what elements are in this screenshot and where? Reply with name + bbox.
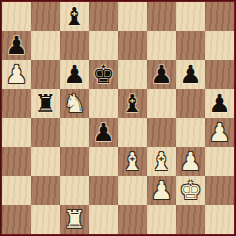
chess-board: ♝♟♟♟♚♟♟♜♞♝♟♟♟♝♝♟♟♚♜: [2, 2, 234, 234]
square-c8[interactable]: ♝: [60, 2, 89, 31]
square-e1[interactable]: [118, 205, 147, 234]
square-f7[interactable]: [147, 31, 176, 60]
black-pawn-icon: ♟: [92, 118, 114, 147]
black-pawn-icon: ♟: [5, 31, 27, 60]
black-pawn-icon: ♟: [150, 60, 172, 89]
white-king-icon: ♚: [179, 176, 201, 205]
square-a6[interactable]: ♟: [2, 60, 31, 89]
white-pawn-icon: ♟: [208, 118, 230, 147]
square-c6[interactable]: ♟: [60, 60, 89, 89]
square-a2[interactable]: [2, 176, 31, 205]
square-d7[interactable]: [89, 31, 118, 60]
square-h3[interactable]: [205, 147, 234, 176]
square-g2[interactable]: ♚: [176, 176, 205, 205]
square-h7[interactable]: [205, 31, 234, 60]
white-pawn-icon: ♟: [150, 176, 172, 205]
square-b8[interactable]: [31, 2, 60, 31]
square-h1[interactable]: [205, 205, 234, 234]
square-g4[interactable]: [176, 118, 205, 147]
black-rook-icon: ♜: [34, 89, 56, 118]
square-d2[interactable]: [89, 176, 118, 205]
square-d1[interactable]: [89, 205, 118, 234]
black-pawn-icon: ♟: [63, 60, 85, 89]
square-g5[interactable]: [176, 89, 205, 118]
black-bishop-icon: ♝: [121, 89, 143, 118]
black-pawn-icon: ♟: [179, 60, 201, 89]
square-h2[interactable]: [205, 176, 234, 205]
square-c5[interactable]: ♞: [60, 89, 89, 118]
square-b1[interactable]: [31, 205, 60, 234]
square-g7[interactable]: [176, 31, 205, 60]
white-bishop-icon: ♝: [150, 147, 172, 176]
square-f3[interactable]: ♝: [147, 147, 176, 176]
square-b3[interactable]: [31, 147, 60, 176]
square-c4[interactable]: [60, 118, 89, 147]
square-d5[interactable]: [89, 89, 118, 118]
square-e8[interactable]: [118, 2, 147, 31]
square-d6[interactable]: ♚: [89, 60, 118, 89]
square-g8[interactable]: [176, 2, 205, 31]
white-knight-icon: ♞: [63, 89, 85, 118]
board-frame: ♝♟♟♟♚♟♟♜♞♝♟♟♟♝♝♟♟♚♜: [0, 0, 236, 236]
square-e6[interactable]: [118, 60, 147, 89]
square-h4[interactable]: ♟: [205, 118, 234, 147]
square-b4[interactable]: [31, 118, 60, 147]
square-h5[interactable]: ♟: [205, 89, 234, 118]
square-f2[interactable]: ♟: [147, 176, 176, 205]
white-rook-icon: ♜: [63, 205, 85, 234]
square-e4[interactable]: [118, 118, 147, 147]
square-f8[interactable]: [147, 2, 176, 31]
black-bishop-icon: ♝: [63, 2, 85, 31]
square-c1[interactable]: ♜: [60, 205, 89, 234]
square-e2[interactable]: [118, 176, 147, 205]
square-b5[interactable]: ♜: [31, 89, 60, 118]
square-c2[interactable]: [60, 176, 89, 205]
square-f6[interactable]: ♟: [147, 60, 176, 89]
square-a8[interactable]: [2, 2, 31, 31]
square-c3[interactable]: [60, 147, 89, 176]
square-d4[interactable]: ♟: [89, 118, 118, 147]
square-c7[interactable]: [60, 31, 89, 60]
black-king-icon: ♚: [92, 60, 114, 89]
white-pawn-icon: ♟: [5, 60, 27, 89]
square-b6[interactable]: [31, 60, 60, 89]
white-bishop-icon: ♝: [121, 147, 143, 176]
square-a7[interactable]: ♟: [2, 31, 31, 60]
square-b7[interactable]: [31, 31, 60, 60]
white-pawn-icon: ♟: [179, 147, 201, 176]
square-a3[interactable]: [2, 147, 31, 176]
square-f1[interactable]: [147, 205, 176, 234]
square-b2[interactable]: [31, 176, 60, 205]
square-f5[interactable]: [147, 89, 176, 118]
square-e3[interactable]: ♝: [118, 147, 147, 176]
square-a4[interactable]: [2, 118, 31, 147]
black-pawn-icon: ♟: [208, 89, 230, 118]
square-f4[interactable]: [147, 118, 176, 147]
square-h8[interactable]: [205, 2, 234, 31]
square-e7[interactable]: [118, 31, 147, 60]
square-a5[interactable]: [2, 89, 31, 118]
square-g3[interactable]: ♟: [176, 147, 205, 176]
square-g6[interactable]: ♟: [176, 60, 205, 89]
square-a1[interactable]: [2, 205, 31, 234]
square-d8[interactable]: [89, 2, 118, 31]
square-e5[interactable]: ♝: [118, 89, 147, 118]
square-h6[interactable]: [205, 60, 234, 89]
square-g1[interactable]: [176, 205, 205, 234]
square-d3[interactable]: [89, 147, 118, 176]
